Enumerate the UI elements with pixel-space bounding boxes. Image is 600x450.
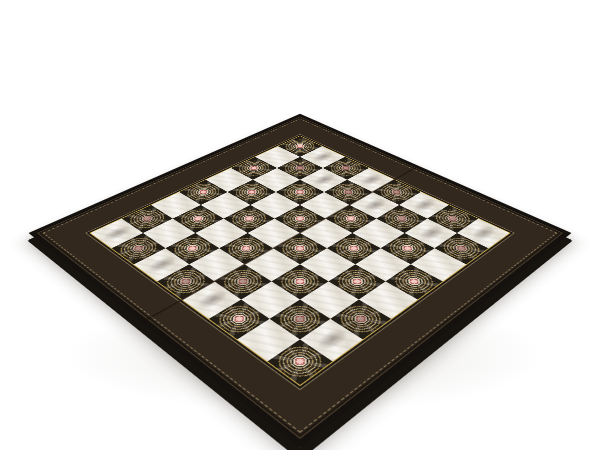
pawn-icon: ♟ bbox=[420, 221, 502, 251]
chess-board: ♜♞♝♛♚♟♟♞♟♟♞♝♛♚♝♞♜♟♟♟♟♟♟♟ bbox=[28, 114, 571, 449]
product-photo-page: { "game": "chess", "scene_caption": "", … bbox=[0, 0, 600, 450]
king-icon: ♚ bbox=[167, 251, 257, 303]
pawn-icon: ♟ bbox=[283, 308, 379, 343]
scene: ♜♞♝♛♚♟♟♞♟♟♞♝♛♚♝♞♜♟♟♟♟♟♟♟ bbox=[0, 0, 600, 450]
